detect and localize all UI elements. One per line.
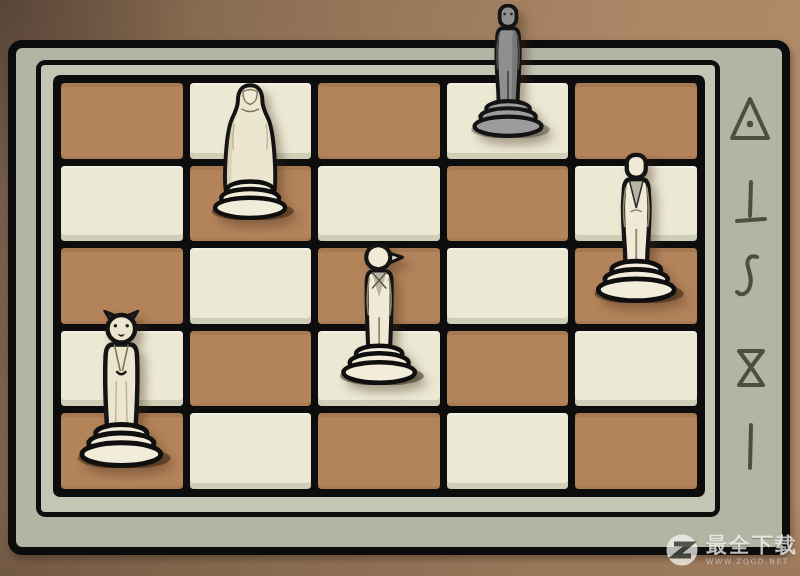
square-c2[interactable] <box>318 331 440 407</box>
square-a3[interactable] <box>61 248 183 324</box>
square-a5[interactable] <box>61 83 183 159</box>
watermark-text: 最全下载 WWW.ZQGD.NET <box>706 535 798 566</box>
watermark: 最全下载 WWW.ZQGD.NET <box>665 533 798 567</box>
square-d4[interactable] <box>447 166 569 242</box>
square-b4[interactable] <box>190 166 312 242</box>
square-d2[interactable] <box>447 331 569 407</box>
square-a1[interactable] <box>61 413 183 489</box>
square-e4[interactable] <box>575 166 697 242</box>
square-c5[interactable] <box>318 83 440 159</box>
square-e3[interactable] <box>575 248 697 324</box>
square-e2[interactable] <box>575 331 697 407</box>
square-b1[interactable] <box>190 413 312 489</box>
watermark-logo-icon <box>665 533 699 567</box>
square-b3[interactable] <box>190 248 312 324</box>
square-d3[interactable] <box>447 248 569 324</box>
square-e1[interactable] <box>575 413 697 489</box>
square-b5[interactable] <box>190 83 312 159</box>
game-board <box>53 75 705 497</box>
square-d1[interactable] <box>447 413 569 489</box>
watermark-title: 最全下载 <box>706 535 798 556</box>
square-c1[interactable] <box>318 413 440 489</box>
square-a4[interactable] <box>61 166 183 242</box>
square-b2[interactable] <box>190 331 312 407</box>
square-e5[interactable] <box>575 83 697 159</box>
scene: 最全下载 WWW.ZQGD.NET <box>0 0 800 576</box>
square-c3[interactable] <box>318 248 440 324</box>
square-d5[interactable] <box>447 83 569 159</box>
square-c4[interactable] <box>318 166 440 242</box>
square-a2[interactable] <box>61 331 183 407</box>
watermark-subtitle: WWW.ZQGD.NET <box>706 558 789 566</box>
